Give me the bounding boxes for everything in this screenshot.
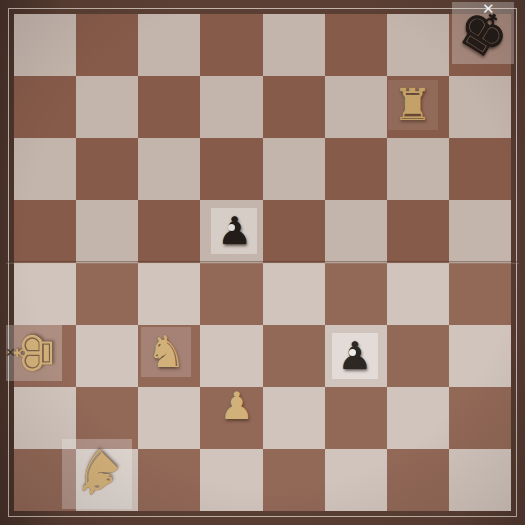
square-e4[interactable]	[263, 263, 325, 325]
square-f5[interactable]	[325, 200, 387, 262]
piece-black-pawn-f3[interactable]: ♟	[338, 337, 372, 375]
square-f4[interactable]	[325, 263, 387, 325]
square-g6[interactable]	[387, 138, 449, 200]
piece-white-king-a3-tipped[interactable]: ♚	[8, 329, 60, 376]
square-b7[interactable]	[76, 76, 138, 138]
square-e7[interactable]	[263, 76, 325, 138]
square-a3[interactable]: ♚✕	[14, 325, 76, 387]
chess-board: ♚✕♜♟♚✕♞♟♟♞	[14, 14, 511, 511]
piece-black-pawn-d5[interactable]: ♟	[217, 212, 251, 250]
square-h2[interactable]	[449, 387, 511, 449]
square-h4[interactable]	[449, 263, 511, 325]
square-e2[interactable]	[263, 387, 325, 449]
piece-white-rook-g7[interactable]: ♜	[393, 83, 432, 127]
square-g2[interactable]	[387, 387, 449, 449]
square-c6[interactable]	[138, 138, 200, 200]
square-d6[interactable]	[200, 138, 262, 200]
square-h8[interactable]: ♚✕	[449, 14, 511, 76]
square-c1[interactable]	[138, 449, 200, 511]
square-a2[interactable]	[14, 387, 76, 449]
square-g1[interactable]	[387, 449, 449, 511]
square-e5[interactable]	[263, 200, 325, 262]
square-d4[interactable]	[200, 263, 262, 325]
piece-white-pawn-d2[interactable]: ♟	[219, 387, 253, 425]
square-h3[interactable]	[449, 325, 511, 387]
square-c3[interactable]: ♞	[138, 325, 200, 387]
square-a7[interactable]	[14, 76, 76, 138]
square-h7[interactable]	[449, 76, 511, 138]
square-c2[interactable]	[138, 387, 200, 449]
square-e6[interactable]	[263, 138, 325, 200]
square-e1[interactable]	[263, 449, 325, 511]
square-e3[interactable]	[263, 325, 325, 387]
square-d3[interactable]	[200, 325, 262, 387]
piece-white-knight-c3[interactable]: ♞	[147, 330, 186, 374]
square-b4[interactable]	[76, 263, 138, 325]
square-b1[interactable]: ♞	[76, 449, 138, 511]
square-c4[interactable]	[138, 263, 200, 325]
square-f3[interactable]: ♟	[325, 325, 387, 387]
square-h5[interactable]	[449, 200, 511, 262]
square-c8[interactable]	[138, 14, 200, 76]
square-a8[interactable]	[14, 14, 76, 76]
square-h6[interactable]	[449, 138, 511, 200]
square-c7[interactable]	[138, 76, 200, 138]
square-b5[interactable]	[76, 200, 138, 262]
square-b8[interactable]	[76, 14, 138, 76]
square-c5[interactable]	[138, 200, 200, 262]
square-e8[interactable]	[263, 14, 325, 76]
square-d8[interactable]	[200, 14, 262, 76]
square-a5[interactable]	[14, 200, 76, 262]
square-a6[interactable]	[14, 138, 76, 200]
square-d2[interactable]: ♟	[200, 387, 262, 449]
square-a4[interactable]	[14, 263, 76, 325]
square-d1[interactable]	[200, 449, 262, 511]
square-g5[interactable]	[387, 200, 449, 262]
square-f1[interactable]	[325, 449, 387, 511]
square-h1[interactable]	[449, 449, 511, 511]
square-f8[interactable]	[325, 14, 387, 76]
square-g4[interactable]	[387, 263, 449, 325]
square-g3[interactable]	[387, 325, 449, 387]
square-d5[interactable]: ♟	[200, 200, 262, 262]
chessboard-photo: ♚✕♜♟♚✕♞♟♟♞	[0, 0, 525, 525]
square-d7[interactable]	[200, 76, 262, 138]
square-b6[interactable]	[76, 138, 138, 200]
square-f7[interactable]	[325, 76, 387, 138]
square-f2[interactable]	[325, 387, 387, 449]
square-b3[interactable]	[76, 325, 138, 387]
square-g7[interactable]: ♜	[387, 76, 449, 138]
square-f6[interactable]	[325, 138, 387, 200]
square-g8[interactable]	[387, 14, 449, 76]
